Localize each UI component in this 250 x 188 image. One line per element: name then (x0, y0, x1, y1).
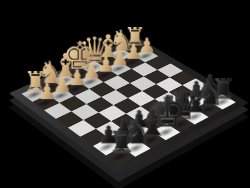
white-rook-glyph: ♜ (124, 24, 146, 49)
chess-scene: ♜♞♝♚♛♝♞♜♟♟♟♟♟♟♟♟♟♟♟♟♟♟♟♟♜♞♝♚♛♝♞♜ (0, 0, 250, 188)
board-frame: ♜♞♝♚♛♝♞♜♟♟♟♟♟♟♟♟♟♟♟♟♟♟♟♟♜♞♝♚♛♝♞♜ (9, 36, 249, 174)
board-grid: ♜♞♝♚♛♝♞♜♟♟♟♟♟♟♟♟♟♟♟♟♟♟♟♟♜♞♝♚♛♝♞♜ (21, 42, 235, 165)
square-dark (56, 111, 84, 127)
white-rook: ♜ (115, 24, 155, 49)
chess-board: ♜♞♝♚♛♝♞♜♟♟♟♟♟♟♟♟♟♟♟♟♟♟♟♟♜♞♝♚♛♝♞♜ (9, 36, 249, 174)
